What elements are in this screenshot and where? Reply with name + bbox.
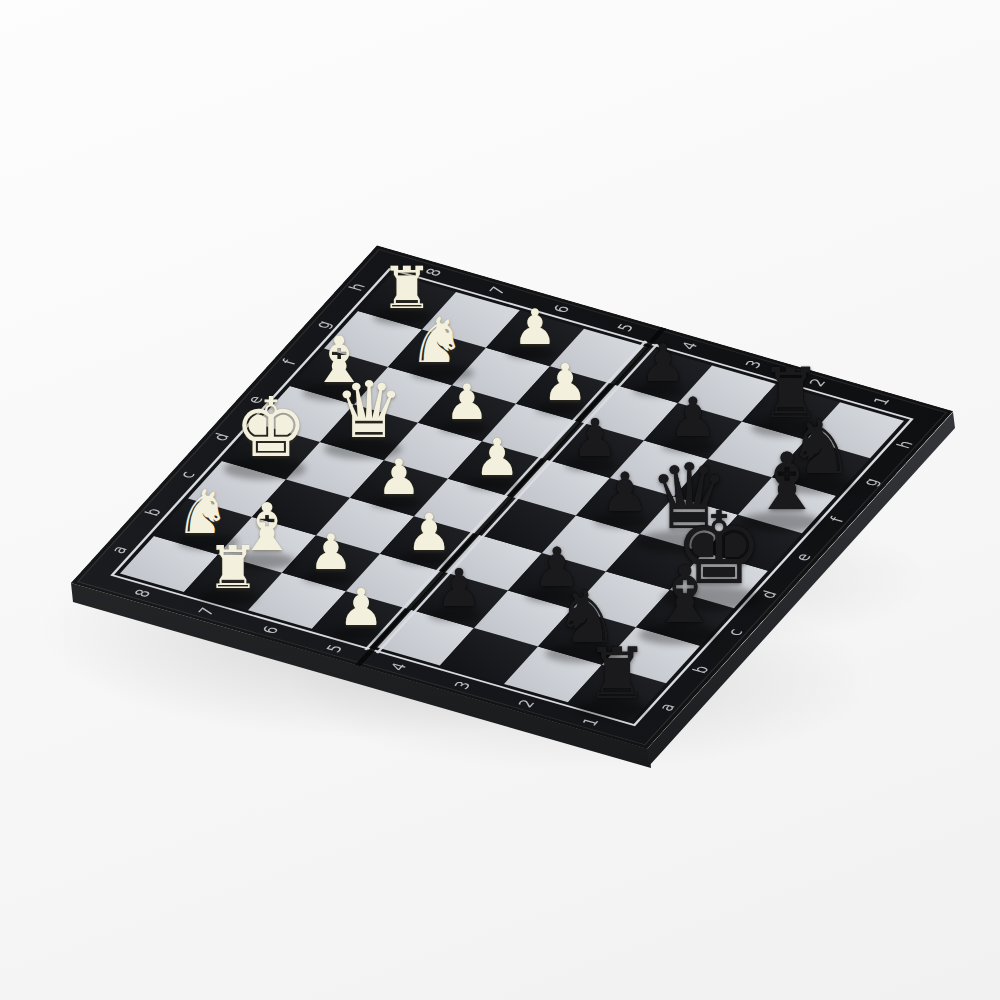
piece-white-pawn-e5[interactable]: ♟ [474, 432, 520, 483]
piece-white-pawn-c5[interactable]: ♟ [406, 507, 452, 558]
piece-white-rook-a7[interactable]: ♜ [207, 538, 260, 597]
pieces-layer: ♜♝♞♟♚♟♟♛♟♜♟♟♟♟♞♟♝♞♛♝♟♟♟♚♜♟♝♟♞♜ [0, 0, 1000, 1000]
piece-black-pawn-b4[interactable]: ♟ [436, 562, 483, 614]
product-photo-scene: 8765432187654321abcdefghabcdefgh ♜♝♞♟♚♟♟… [0, 0, 1000, 1000]
piece-black-pawn-h4[interactable]: ♟ [640, 337, 687, 389]
piece-white-pawn-a5[interactable]: ♟ [338, 582, 384, 633]
piece-black-bishop-c1[interactable]: ♝ [650, 556, 721, 635]
piece-white-pawn-h6[interactable]: ♟ [513, 303, 557, 352]
piece-white-pawn-g5[interactable]: ♟ [542, 357, 588, 408]
piece-white-king-d8[interactable]: ♚ [234, 387, 308, 469]
piece-black-pawn-e3[interactable]: ♟ [601, 466, 649, 520]
piece-black-pawn-g3[interactable]: ♟ [669, 391, 717, 445]
piece-black-rook-a1[interactable]: ♜ [585, 638, 649, 709]
piece-white-queen-e7[interactable]: ♛ [334, 371, 404, 449]
piece-white-pawn-b6[interactable]: ♟ [309, 528, 353, 577]
piece-white-knight-g7[interactable]: ♞ [409, 310, 465, 373]
piece-black-pawn-f4[interactable]: ♟ [572, 412, 619, 464]
piece-white-pawn-d6[interactable]: ♟ [377, 453, 421, 502]
piece-white-pawn-f6[interactable]: ♟ [445, 378, 489, 427]
